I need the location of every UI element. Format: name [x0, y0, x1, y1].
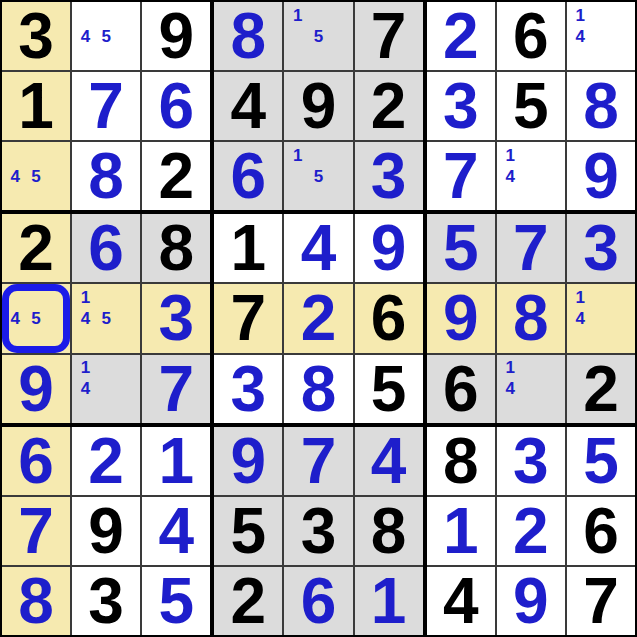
cell-r7c8[interactable]: 3: [497, 427, 565, 495]
candidate-marks: 14: [75, 358, 137, 420]
given-digit: 4: [443, 569, 479, 633]
given-digit: 7: [231, 286, 267, 350]
cell-r6c2[interactable]: 14: [72, 355, 140, 423]
cell-r7c5[interactable]: 7: [284, 427, 352, 495]
entry-digit: 2: [443, 4, 479, 68]
candidate-marks: 14: [570, 5, 632, 67]
cell-r5c3[interactable]: 3: [142, 284, 210, 352]
cell-r4c3[interactable]: 8: [142, 214, 210, 282]
candidate-marks: 14: [500, 145, 562, 207]
entry-digit: 7: [513, 216, 549, 280]
cell-r4c8[interactable]: 7: [497, 214, 565, 282]
cell-r5c2[interactable]: 145: [72, 284, 140, 352]
cell-r3c7[interactable]: 7: [427, 142, 495, 210]
candidate-5: 5: [26, 166, 47, 187]
candidate-4: 4: [570, 308, 591, 329]
entry-digit: 7: [18, 499, 54, 563]
cell-r8c8[interactable]: 2: [497, 497, 565, 565]
candidate-marks: 14: [500, 358, 562, 420]
cell-r8c5[interactable]: 3: [284, 497, 352, 565]
entry-digit: 5: [158, 569, 194, 633]
given-digit: 8: [371, 499, 407, 563]
cell-r5c8[interactable]: 8: [497, 284, 565, 352]
candidate-4: 4: [75, 308, 96, 329]
candidate-4: 4: [570, 26, 591, 47]
box-3: 26143587149: [427, 2, 635, 210]
entry-digit: 9: [583, 144, 619, 208]
cell-r8c6[interactable]: 8: [355, 497, 423, 565]
entry-digit: 7: [158, 357, 194, 421]
cell-r9c1[interactable]: 8: [2, 567, 70, 635]
entry-digit: 8: [88, 144, 124, 208]
candidate-1: 1: [500, 358, 521, 379]
entry-digit: 3: [513, 429, 549, 493]
candidate-1: 1: [500, 145, 521, 166]
entry-digit: 6: [158, 74, 194, 138]
given-digit: 5: [513, 74, 549, 138]
cell-r5c4[interactable]: 7: [214, 284, 282, 352]
cell-r9c2[interactable]: 3: [72, 567, 140, 635]
entry-digit: 3: [371, 144, 407, 208]
candidate-4: 4: [500, 378, 521, 399]
entry-digit: 6: [88, 216, 124, 280]
cell-r7c6[interactable]: 4: [355, 427, 423, 495]
entry-digit: 4: [371, 429, 407, 493]
entry-digit: 4: [158, 499, 194, 563]
cell-r7c2[interactable]: 2: [72, 427, 140, 495]
cell-r9c8[interactable]: 9: [497, 567, 565, 635]
cell-r4c2[interactable]: 6: [72, 214, 140, 282]
box-4: 2684514539147: [2, 214, 210, 422]
cell-r1c1[interactable]: 3: [2, 2, 70, 70]
entry-digit: 9: [513, 569, 549, 633]
candidate-1: 1: [287, 145, 308, 166]
candidate-4: 4: [5, 166, 26, 187]
cell-r5c6[interactable]: 6: [355, 284, 423, 352]
entry-digit: 8: [231, 4, 267, 68]
entry-digit: 6: [301, 569, 337, 633]
cell-r8c1[interactable]: 7: [2, 497, 70, 565]
cell-r6c7[interactable]: 6: [427, 355, 495, 423]
given-digit: 2: [18, 216, 54, 280]
given-digit: 9: [88, 499, 124, 563]
entry-digit: 1: [443, 499, 479, 563]
cell-r2c7[interactable]: 3: [427, 72, 495, 140]
candidate-marks: 15: [287, 5, 349, 67]
cell-r2c1[interactable]: 1: [2, 72, 70, 140]
given-digit: 6: [371, 286, 407, 350]
candidate-1: 1: [75, 287, 96, 308]
given-digit: 8: [443, 429, 479, 493]
cell-r7c1[interactable]: 6: [2, 427, 70, 495]
given-digit: 5: [371, 357, 407, 421]
entry-digit: 7: [88, 74, 124, 138]
cell-r3c6[interactable]: 3: [355, 142, 423, 210]
cell-r9c6[interactable]: 1: [355, 567, 423, 635]
cell-r9c3[interactable]: 5: [142, 567, 210, 635]
cell-r2c2[interactable]: 7: [72, 72, 140, 140]
cell-r1c2[interactable]: 45: [72, 2, 140, 70]
given-digit: 4: [231, 74, 267, 138]
cell-r2c3[interactable]: 6: [142, 72, 210, 140]
box-2: 81574926153: [214, 2, 422, 210]
candidate-5: 5: [96, 26, 117, 47]
cell-r9c9[interactable]: 7: [567, 567, 635, 635]
candidate-1: 1: [570, 287, 591, 308]
candidate-marks: 15: [287, 145, 349, 207]
entry-digit: 1: [371, 569, 407, 633]
entry-digit: 5: [583, 429, 619, 493]
cell-r2c8[interactable]: 5: [497, 72, 565, 140]
given-digit: 1: [231, 216, 267, 280]
cell-r4c7[interactable]: 5: [427, 214, 495, 282]
given-digit: 1: [18, 74, 54, 138]
cell-r7c3[interactable]: 1: [142, 427, 210, 495]
selection-ring: [2, 284, 70, 352]
cell-r9c4[interactable]: 2: [214, 567, 282, 635]
entry-digit: 8: [513, 286, 549, 350]
cell-r2c9[interactable]: 8: [567, 72, 635, 140]
cell-r1c6[interactable]: 7: [355, 2, 423, 70]
cell-r8c7[interactable]: 1: [427, 497, 495, 565]
given-digit: 6: [443, 357, 479, 421]
given-digit: 9: [158, 4, 194, 68]
cell-r2c6[interactable]: 2: [355, 72, 423, 140]
cell-r2c4[interactable]: 4: [214, 72, 282, 140]
given-digit: 2: [371, 74, 407, 138]
candidate-1: 1: [570, 5, 591, 26]
cell-r1c3[interactable]: 9: [142, 2, 210, 70]
cell-r5c5[interactable]: 2: [284, 284, 352, 352]
given-digit: 5: [231, 499, 267, 563]
cell-r1c4[interactable]: 8: [214, 2, 282, 70]
given-digit: 9: [301, 74, 337, 138]
entry-digit: 3: [158, 286, 194, 350]
entry-digit: 7: [301, 429, 337, 493]
entry-digit: 4: [301, 216, 337, 280]
candidate-4: 4: [75, 378, 96, 399]
given-digit: 6: [513, 4, 549, 68]
cell-r6c5[interactable]: 8: [284, 355, 352, 423]
cell-r3c2[interactable]: 8: [72, 142, 140, 210]
box-8: 974538261: [214, 427, 422, 635]
cell-r3c4[interactable]: 6: [214, 142, 282, 210]
given-digit: 3: [301, 499, 337, 563]
candidate-1: 1: [75, 358, 96, 379]
cell-r3c9[interactable]: 9: [567, 142, 635, 210]
entry-digit: 5: [443, 216, 479, 280]
given-digit: 2: [231, 569, 267, 633]
cell-r7c4[interactable]: 9: [214, 427, 282, 495]
entry-digit: 1: [158, 429, 194, 493]
box-9: 835126497: [427, 427, 635, 635]
cell-r6c1[interactable]: 9: [2, 355, 70, 423]
given-digit: 3: [88, 569, 124, 633]
cell-r8c9[interactable]: 6: [567, 497, 635, 565]
candidate-1: 1: [287, 5, 308, 26]
cell-r3c1[interactable]: 45: [2, 142, 70, 210]
given-digit: 3: [18, 4, 54, 68]
cell-r5c7[interactable]: 9: [427, 284, 495, 352]
candidate-marks: 45: [75, 5, 137, 67]
candidate-5: 5: [96, 308, 117, 329]
cell-r5c9[interactable]: 14: [567, 284, 635, 352]
given-digit: 8: [158, 216, 194, 280]
cell-r1c9[interactable]: 14: [567, 2, 635, 70]
entry-digit: 6: [18, 429, 54, 493]
candidate-marks: 45: [5, 145, 67, 207]
given-digit: 2: [158, 144, 194, 208]
box-1: 34591764582: [2, 2, 210, 210]
cell-r9c7[interactable]: 4: [427, 567, 495, 635]
box-5: 149726385: [214, 214, 422, 422]
cell-r8c3[interactable]: 4: [142, 497, 210, 565]
given-digit: 7: [583, 569, 619, 633]
entry-digit: 6: [231, 144, 267, 208]
cell-r4c1[interactable]: 2: [2, 214, 70, 282]
cell-r6c9[interactable]: 2: [567, 355, 635, 423]
cell-r4c4[interactable]: 1: [214, 214, 282, 282]
candidate-4: 4: [75, 26, 96, 47]
cell-r1c5[interactable]: 15: [284, 2, 352, 70]
candidate-5: 5: [308, 26, 329, 47]
given-digit: 6: [583, 499, 619, 563]
candidate-marks: 145: [75, 287, 137, 349]
cell-r4c9[interactable]: 3: [567, 214, 635, 282]
cell-r8c4[interactable]: 5: [214, 497, 282, 565]
box-7: 621794835: [2, 427, 210, 635]
cell-r6c3[interactable]: 7: [142, 355, 210, 423]
cell-r3c3[interactable]: 2: [142, 142, 210, 210]
entry-digit: 8: [18, 569, 54, 633]
entry-digit: 8: [583, 74, 619, 138]
entry-digit: 3: [443, 74, 479, 138]
entry-digit: 8: [301, 357, 337, 421]
candidate-5: 5: [308, 166, 329, 187]
cell-r4c6[interactable]: 9: [355, 214, 423, 282]
cell-r9c5[interactable]: 6: [284, 567, 352, 635]
given-digit: 7: [371, 4, 407, 68]
candidate-4: 4: [500, 166, 521, 187]
cell-r6c4[interactable]: 3: [214, 355, 282, 423]
cell-r3c5[interactable]: 15: [284, 142, 352, 210]
cell-r8c2[interactable]: 9: [72, 497, 140, 565]
cell-r1c8[interactable]: 6: [497, 2, 565, 70]
cell-r1c7[interactable]: 2: [427, 2, 495, 70]
cell-r7c9[interactable]: 5: [567, 427, 635, 495]
entry-digit: 2: [88, 429, 124, 493]
cell-r2c5[interactable]: 9: [284, 72, 352, 140]
cell-r6c6[interactable]: 5: [355, 355, 423, 423]
entry-digit: 9: [443, 286, 479, 350]
cell-r7c7[interactable]: 8: [427, 427, 495, 495]
entry-digit: 3: [583, 216, 619, 280]
candidate-marks: 14: [570, 287, 632, 349]
cell-r3c8[interactable]: 14: [497, 142, 565, 210]
entry-digit: 2: [513, 499, 549, 563]
box-6: 57398146142: [427, 214, 635, 422]
entry-digit: 3: [231, 357, 267, 421]
given-digit: 2: [583, 357, 619, 421]
entry-digit: 2: [301, 286, 337, 350]
cell-r5c1[interactable]: 45: [2, 284, 70, 352]
entry-digit: 9: [18, 357, 54, 421]
cell-r6c8[interactable]: 14: [497, 355, 565, 423]
entry-digit: 9: [371, 216, 407, 280]
entry-digit: 7: [443, 144, 479, 208]
cell-r4c5[interactable]: 4: [284, 214, 352, 282]
entry-digit: 9: [231, 429, 267, 493]
sudoku-board: 3459176458281574926153261435871492684514…: [0, 0, 637, 637]
